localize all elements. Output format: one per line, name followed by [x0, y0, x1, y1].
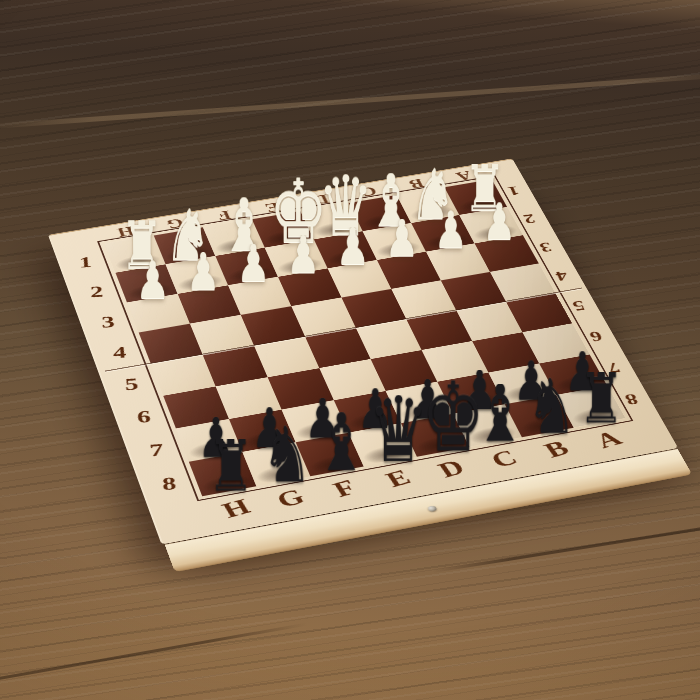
piece-white-pawn-d2[interactable]: ♟ [332, 227, 373, 267]
piece-white-pawn-h2[interactable]: ♟ [132, 260, 174, 300]
piece-white-pawn-e2[interactable]: ♟ [283, 235, 324, 275]
board-scene: HGFEDCBA 12345678 12345678 ♜♞♝♚♛♝♞♜♟♟♟♟♟… [28, 24, 672, 668]
piece-white-pawn-f2[interactable]: ♟ [233, 243, 274, 283]
screw-icon [427, 506, 438, 513]
piece-black-rook-h8[interactable]: ♜ [207, 439, 252, 494]
piece-black-knight-g8[interactable]: ♞ [261, 425, 306, 485]
board-frame: HGFEDCBA 12345678 12345678 ♜♞♝♚♛♝♞♜♟♟♟♟♟… [48, 158, 678, 544]
piece-white-pawn-a2[interactable]: ♟ [479, 202, 520, 242]
piece-black-knight-b8[interactable]: ♞ [526, 377, 570, 436]
photo-canvas: { "game": "chess", "scene": { "descripti… [0, 0, 700, 700]
rank-label-left-3: 3 [82, 304, 135, 339]
rank-label-left-1: 1 [60, 246, 112, 279]
piece-black-queen-e8[interactable]: ♛ [369, 395, 413, 465]
piece-white-pawn-g2[interactable]: ♟ [182, 252, 224, 292]
rank-label-left-2: 2 [71, 275, 123, 309]
rank-label-left-6: 6 [116, 398, 172, 435]
piece-white-pawn-c2[interactable]: ♟ [381, 218, 422, 258]
rank-label-left-8: 8 [141, 464, 198, 503]
chess-board: HGFEDCBA 12345678 12345678 ♜♞♝♚♛♝♞♜♟♟♟♟♟… [48, 158, 678, 544]
piece-black-bishop-f8[interactable]: ♝ [315, 413, 360, 475]
rank-label-left-7: 7 [128, 431, 184, 469]
piece-white-pawn-b2[interactable]: ♟ [430, 210, 471, 250]
piece-black-rook-a8[interactable]: ♜ [578, 372, 622, 426]
